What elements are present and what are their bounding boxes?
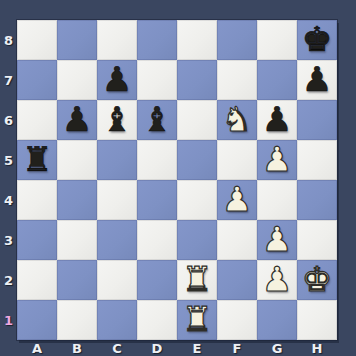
square-c7[interactable]: ♟ (97, 60, 137, 100)
square-h7[interactable]: ♟ (297, 60, 337, 100)
square-b3[interactable] (57, 220, 97, 260)
square-h2[interactable]: ♚ (297, 260, 337, 300)
square-a7[interactable] (17, 60, 57, 100)
white-pawn-icon: ♟ (262, 219, 292, 259)
white-king-icon: ♚ (302, 259, 332, 299)
rank-label-6: 6 (0, 100, 17, 140)
chess-board: ♚♟♟♟♝♝♞♟♜♟♟♟♜♟♚♜ (17, 20, 337, 340)
square-d1[interactable] (137, 300, 177, 340)
square-e8[interactable] (177, 20, 217, 60)
square-e7[interactable] (177, 60, 217, 100)
square-g1[interactable] (257, 300, 297, 340)
chess-diagram: ♚♟♟♟♝♝♞♟♜♟♟♟♜♟♚♜ 87654321ABCDEFGH (0, 0, 356, 356)
square-g4[interactable] (257, 180, 297, 220)
square-b6[interactable]: ♟ (57, 100, 97, 140)
square-c8[interactable] (97, 20, 137, 60)
square-c6[interactable]: ♝ (97, 100, 137, 140)
white-knight-icon: ♞ (222, 99, 252, 139)
black-pawn-icon: ♟ (62, 99, 92, 139)
square-b7[interactable] (57, 60, 97, 100)
square-a8[interactable] (17, 20, 57, 60)
square-g7[interactable] (257, 60, 297, 100)
file-label-d: D (137, 340, 177, 356)
square-c4[interactable] (97, 180, 137, 220)
square-c2[interactable] (97, 260, 137, 300)
square-g2[interactable]: ♟ (257, 260, 297, 300)
square-h6[interactable] (297, 100, 337, 140)
square-f5[interactable] (217, 140, 257, 180)
white-pawn-icon: ♟ (262, 259, 292, 299)
square-e6[interactable] (177, 100, 217, 140)
square-d4[interactable] (137, 180, 177, 220)
black-rook-icon: ♜ (22, 139, 52, 179)
square-a5[interactable]: ♜ (17, 140, 57, 180)
square-e1[interactable]: ♜ (177, 300, 217, 340)
square-b1[interactable] (57, 300, 97, 340)
file-label-b: B (57, 340, 97, 356)
square-h3[interactable] (297, 220, 337, 260)
square-f6[interactable]: ♞ (217, 100, 257, 140)
square-c1[interactable] (97, 300, 137, 340)
square-d2[interactable] (137, 260, 177, 300)
square-f7[interactable] (217, 60, 257, 100)
square-e5[interactable] (177, 140, 217, 180)
black-bishop-icon: ♝ (102, 99, 132, 139)
square-h4[interactable] (297, 180, 337, 220)
square-d7[interactable] (137, 60, 177, 100)
square-d8[interactable] (137, 20, 177, 60)
square-f8[interactable] (217, 20, 257, 60)
square-a4[interactable] (17, 180, 57, 220)
square-g8[interactable] (257, 20, 297, 60)
square-b8[interactable] (57, 20, 97, 60)
square-d5[interactable] (137, 140, 177, 180)
rank-label-5: 5 (0, 140, 17, 180)
square-f2[interactable] (217, 260, 257, 300)
square-h5[interactable] (297, 140, 337, 180)
square-b5[interactable] (57, 140, 97, 180)
rank-label-2: 2 (0, 260, 17, 300)
square-g3[interactable]: ♟ (257, 220, 297, 260)
square-f3[interactable] (217, 220, 257, 260)
square-e2[interactable]: ♜ (177, 260, 217, 300)
rank-label-8: 8 (0, 20, 17, 60)
rank-label-3: 3 (0, 220, 17, 260)
square-a6[interactable] (17, 100, 57, 140)
white-pawn-icon: ♟ (262, 139, 292, 179)
file-label-h: H (297, 340, 337, 356)
rank-label-1: 1 (0, 300, 17, 340)
square-g6[interactable]: ♟ (257, 100, 297, 140)
square-a1[interactable] (17, 300, 57, 340)
rank-label-7: 7 (0, 60, 17, 100)
file-label-g: G (257, 340, 297, 356)
square-f4[interactable]: ♟ (217, 180, 257, 220)
file-label-a: A (17, 340, 57, 356)
black-pawn-icon: ♟ (302, 59, 332, 99)
square-b2[interactable] (57, 260, 97, 300)
black-king-icon: ♚ (302, 19, 332, 59)
white-rook-icon: ♜ (182, 299, 212, 339)
file-label-c: C (97, 340, 137, 356)
square-a3[interactable] (17, 220, 57, 260)
square-c3[interactable] (97, 220, 137, 260)
square-b4[interactable] (57, 180, 97, 220)
rank-label-4: 4 (0, 180, 17, 220)
square-h1[interactable] (297, 300, 337, 340)
black-bishop-icon: ♝ (142, 99, 172, 139)
file-label-e: E (177, 340, 217, 356)
black-pawn-icon: ♟ (262, 99, 292, 139)
file-label-f: F (217, 340, 257, 356)
square-d3[interactable] (137, 220, 177, 260)
square-d6[interactable]: ♝ (137, 100, 177, 140)
white-rook-icon: ♜ (182, 259, 212, 299)
square-a2[interactable] (17, 260, 57, 300)
square-e4[interactable] (177, 180, 217, 220)
square-f1[interactable] (217, 300, 257, 340)
square-e3[interactable] (177, 220, 217, 260)
white-pawn-icon: ♟ (222, 179, 252, 219)
square-h8[interactable]: ♚ (297, 20, 337, 60)
black-pawn-icon: ♟ (102, 59, 132, 99)
square-c5[interactable] (97, 140, 137, 180)
square-g5[interactable]: ♟ (257, 140, 297, 180)
